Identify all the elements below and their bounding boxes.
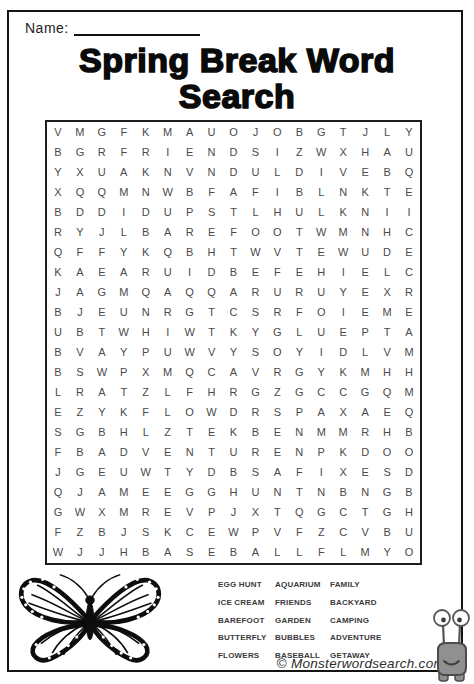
grid-cell-r3c1[interactable]: Y [47,162,69,182]
grid-cell-r13c14[interactable]: K [332,363,354,383]
grid-cell-r1c11[interactable]: O [266,122,288,142]
grid-cell-r10c13[interactable]: O [310,302,332,322]
grid-cell-r21c11[interactable]: V [266,523,288,543]
grid-cell-r11c13[interactable]: U [310,322,332,342]
grid-cell-r20c15[interactable]: T [354,503,376,523]
grid-cell-r17c9[interactable]: U [223,443,245,463]
grid-cell-r18c12[interactable]: F [288,463,310,483]
grid-cell-r8c5[interactable]: R [135,262,157,282]
grid-cell-r8c14[interactable]: I [332,262,354,282]
grid-cell-r16c8[interactable]: E [201,423,223,443]
grid-cell-r18c17[interactable]: D [398,463,420,483]
grid-cell-r14c5[interactable]: Z [135,383,157,403]
grid-cell-r10c2[interactable]: J [69,302,91,322]
grid-cell-r17c17[interactable]: O [398,443,420,463]
grid-cell-r15c5[interactable]: F [135,403,157,423]
grid-cell-r1c1[interactable]: V [47,122,69,142]
grid-cell-r18c16[interactable]: S [376,463,398,483]
grid-cell-r15c3[interactable]: Y [91,403,113,423]
grid-cell-r16c3[interactable]: B [91,423,113,443]
grid-cell-r15c15[interactable]: A [354,403,376,423]
grid-cell-r1c2[interactable]: M [69,122,91,142]
grid-cell-r10c11[interactable]: R [266,302,288,322]
grid-cell-r13c11[interactable]: R [266,363,288,383]
grid-cell-r16c6[interactable]: Z [157,423,179,443]
grid-cell-r12c15[interactable]: L [354,342,376,362]
grid-cell-r15c4[interactable]: K [113,403,135,423]
grid-cell-r12c2[interactable]: V [69,342,91,362]
grid-cell-r12c4[interactable]: Y [113,342,135,362]
grid-cell-r18c9[interactable]: B [223,463,245,483]
grid-cell-r7c8[interactable]: H [201,242,223,262]
grid-cell-r18c15[interactable]: E [354,463,376,483]
grid-cell-r3c7[interactable]: V [179,162,201,182]
grid-cell-r13c15[interactable]: M [354,363,376,383]
grid-cell-r9c8[interactable]: Q [201,282,223,302]
grid-cell-r21c14[interactable]: C [332,523,354,543]
grid-cell-r2c12[interactable]: Z [288,142,310,162]
grid-cell-r9c2[interactable]: A [69,282,91,302]
grid-cell-r14c6[interactable]: L [157,383,179,403]
grid-cell-r14c16[interactable]: Q [376,383,398,403]
grid-cell-r7c11[interactable]: V [266,242,288,262]
grid-cell-r16c7[interactable]: T [179,423,201,443]
grid-cell-r13c7[interactable]: Q [179,363,201,383]
grid-cell-r16c16[interactable]: H [376,423,398,443]
grid-cell-r21c17[interactable]: U [398,523,420,543]
grid-cell-r10c16[interactable]: M [376,302,398,322]
grid-cell-r19c12[interactable]: T [288,483,310,503]
grid-cell-r20c5[interactable]: R [135,503,157,523]
grid-cell-r13c8[interactable]: C [201,363,223,383]
grid-cell-r14c1[interactable]: L [47,383,69,403]
grid-cell-r3c11[interactable]: L [266,162,288,182]
grid-cell-r3c6[interactable]: N [157,162,179,182]
grid-cell-r11c11[interactable]: G [266,322,288,342]
grid-cell-r8c17[interactable]: C [398,262,420,282]
grid-cell-r16c12[interactable]: N [288,423,310,443]
grid-cell-r9c9[interactable]: A [223,282,245,302]
grid-cell-r13c1[interactable]: B [47,363,69,383]
grid-cell-r4c4[interactable]: M [113,182,135,202]
grid-cell-r1c14[interactable]: T [332,122,354,142]
grid-cell-r8c7[interactable]: I [179,262,201,282]
grid-cell-r8c8[interactable]: D [201,262,223,282]
grid-cell-r8c10[interactable]: E [244,262,266,282]
grid-cell-r21c8[interactable]: E [201,523,223,543]
grid-cell-r7c15[interactable]: U [354,242,376,262]
grid-cell-r4c8[interactable]: F [201,182,223,202]
grid-cell-r4c14[interactable]: N [332,182,354,202]
grid-cell-r2c3[interactable]: R [91,142,113,162]
grid-cell-r1c17[interactable]: Y [398,122,420,142]
grid-cell-r1c4[interactable]: F [113,122,135,142]
grid-cell-r4c3[interactable]: Q [91,182,113,202]
grid-cell-r10c10[interactable]: S [244,302,266,322]
grid-cell-r1c3[interactable]: G [91,122,113,142]
grid-cell-r14c11[interactable]: Z [266,383,288,403]
grid-cell-r19c13[interactable]: N [310,483,332,503]
grid-cell-r11c1[interactable]: U [47,322,69,342]
grid-cell-r13c2[interactable]: S [69,363,91,383]
grid-cell-r7c7[interactable]: B [179,242,201,262]
grid-cell-r18c14[interactable]: X [332,463,354,483]
grid-cell-r2c5[interactable]: R [135,142,157,162]
grid-cell-r7c12[interactable]: T [288,242,310,262]
grid-cell-r15c17[interactable]: Q [398,403,420,423]
grid-cell-r22c9[interactable]: B [223,543,245,563]
grid-cell-r20c11[interactable]: T [266,503,288,523]
grid-cell-r22c5[interactable]: B [135,543,157,563]
grid-cell-r11c12[interactable]: L [288,322,310,342]
grid-cell-r21c3[interactable]: B [91,523,113,543]
grid-cell-r14c2[interactable]: R [69,383,91,403]
grid-cell-r7c14[interactable]: W [332,242,354,262]
grid-cell-r21c9[interactable]: W [223,523,245,543]
grid-cell-r18c11[interactable]: A [266,463,288,483]
grid-cell-r20c7[interactable]: V [179,503,201,523]
grid-cell-r22c6[interactable]: A [157,543,179,563]
grid-cell-r5c4[interactable]: I [113,202,135,222]
grid-cell-r10c8[interactable]: T [201,302,223,322]
grid-cell-r17c3[interactable]: A [91,443,113,463]
grid-cell-r21c1[interactable]: F [47,523,69,543]
grid-cell-r12c8[interactable]: V [201,342,223,362]
grid-cell-r21c15[interactable]: V [354,523,376,543]
grid-cell-r7c2[interactable]: F [69,242,91,262]
grid-cell-r20c6[interactable]: E [157,503,179,523]
grid-cell-r8c9[interactable]: B [223,262,245,282]
grid-cell-r21c12[interactable]: F [288,523,310,543]
grid-cell-r10c5[interactable]: N [135,302,157,322]
grid-cell-r1c7[interactable]: A [179,122,201,142]
grid-cell-r2c15[interactable]: H [354,142,376,162]
grid-cell-r13c17[interactable]: H [398,363,420,383]
grid-cell-r20c3[interactable]: X [91,503,113,523]
grid-cell-r4c7[interactable]: B [179,182,201,202]
grid-cell-r20c12[interactable]: Q [288,503,310,523]
grid-cell-r20c10[interactable]: X [244,503,266,523]
grid-cell-r6c10[interactable]: O [244,222,266,242]
grid-cell-r21c4[interactable]: J [113,523,135,543]
grid-cell-r14c8[interactable]: H [201,383,223,403]
grid-cell-r18c13[interactable]: I [310,463,332,483]
grid-cell-r12c12[interactable]: Y [288,342,310,362]
grid-cell-r8c13[interactable]: H [310,262,332,282]
grid-cell-r9c17[interactable]: R [398,282,420,302]
grid-cell-r15c10[interactable]: R [244,403,266,423]
grid-cell-r2c2[interactable]: G [69,142,91,162]
grid-cell-r13c3[interactable]: W [91,363,113,383]
grid-cell-r2c13[interactable]: W [310,142,332,162]
grid-cell-r10c12[interactable]: F [288,302,310,322]
grid-cell-r16c15[interactable]: R [354,423,376,443]
grid-cell-r3c10[interactable]: U [244,162,266,182]
grid-cell-r14c17[interactable]: M [398,383,420,403]
grid-cell-r17c13[interactable]: P [310,443,332,463]
grid-cell-r2c14[interactable]: X [332,142,354,162]
grid-cell-r12c6[interactable]: U [157,342,179,362]
grid-cell-r8c15[interactable]: E [354,262,376,282]
grid-cell-r5c15[interactable]: N [354,202,376,222]
grid-cell-r5c8[interactable]: S [201,202,223,222]
grid-cell-r5c3[interactable]: D [91,202,113,222]
grid-cell-r15c12[interactable]: P [288,403,310,423]
grid-cell-r10c17[interactable]: E [398,302,420,322]
grid-cell-r15c7[interactable]: O [179,403,201,423]
grid-cell-r15c1[interactable]: E [47,403,69,423]
grid-cell-r7c10[interactable]: W [244,242,266,262]
grid-cell-r17c10[interactable]: R [244,443,266,463]
grid-cell-r9c5[interactable]: Q [135,282,157,302]
grid-cell-r7c5[interactable]: K [135,242,157,262]
grid-cell-r15c14[interactable]: X [332,403,354,423]
grid-cell-r6c16[interactable]: H [376,222,398,242]
grid-cell-r12c16[interactable]: V [376,342,398,362]
grid-cell-r5c2[interactable]: D [69,202,91,222]
grid-cell-r2c9[interactable]: D [223,142,245,162]
grid-cell-r5c12[interactable]: U [288,202,310,222]
grid-cell-r17c5[interactable]: V [135,443,157,463]
grid-cell-r8c16[interactable]: L [376,262,398,282]
grid-cell-r22c13[interactable]: F [310,543,332,563]
grid-cell-r11c3[interactable]: T [91,322,113,342]
grid-cell-r6c1[interactable]: R [47,222,69,242]
grid-cell-r5c7[interactable]: P [179,202,201,222]
grid-cell-r5c1[interactable]: B [47,202,69,222]
grid-cell-r11c17[interactable]: A [398,322,420,342]
grid-cell-r21c10[interactable]: P [244,523,266,543]
grid-cell-r3c17[interactable]: Q [398,162,420,182]
grid-cell-r18c7[interactable]: Y [179,463,201,483]
grid-cell-r17c7[interactable]: N [179,443,201,463]
grid-cell-r19c10[interactable]: U [244,483,266,503]
grid-cell-r9c4[interactable]: M [113,282,135,302]
grid-cell-r22c12[interactable]: L [288,543,310,563]
grid-cell-r5c16[interactable]: I [376,202,398,222]
grid-cell-r11c15[interactable]: P [354,322,376,342]
word-search-grid[interactable]: VMGFKMAUOJOBGTJLYBGRFRIENDSIZWXHAUYXUAKN… [45,120,422,565]
grid-cell-r11c4[interactable]: W [113,322,135,342]
grid-cell-r12c10[interactable]: S [244,342,266,362]
grid-cell-r22c11[interactable]: L [266,543,288,563]
grid-cell-r17c14[interactable]: K [332,443,354,463]
grid-cell-r5c10[interactable]: L [244,202,266,222]
grid-cell-r9c14[interactable]: Y [332,282,354,302]
grid-cell-r16c5[interactable]: L [135,423,157,443]
grid-cell-r1c12[interactable]: B [288,122,310,142]
grid-cell-r2c16[interactable]: A [376,142,398,162]
grid-cell-r1c10[interactable]: J [244,122,266,142]
grid-cell-r5c11[interactable]: H [266,202,288,222]
grid-cell-r14c15[interactable]: G [354,383,376,403]
grid-cell-r1c16[interactable]: L [376,122,398,142]
grid-cell-r8c1[interactable]: K [47,262,69,282]
grid-cell-r3c16[interactable]: B [376,162,398,182]
grid-cell-r3c2[interactable]: X [69,162,91,182]
grid-cell-r2c10[interactable]: S [244,142,266,162]
grid-cell-r4c17[interactable]: E [398,182,420,202]
grid-cell-r6c3[interactable]: J [91,222,113,242]
grid-cell-r5c6[interactable]: U [157,202,179,222]
grid-cell-r17c8[interactable]: T [201,443,223,463]
grid-cell-r21c13[interactable]: Z [310,523,332,543]
grid-cell-r12c7[interactable]: W [179,342,201,362]
grid-cell-r12c9[interactable]: Y [223,342,245,362]
grid-cell-r22c3[interactable]: J [91,543,113,563]
grid-cell-r22c17[interactable]: O [398,543,420,563]
grid-cell-r14c12[interactable]: G [288,383,310,403]
grid-cell-r6c11[interactable]: O [266,222,288,242]
grid-cell-r4c2[interactable]: Q [69,182,91,202]
grid-cell-r18c4[interactable]: U [113,463,135,483]
grid-cell-r7c17[interactable]: E [398,242,420,262]
grid-cell-r5c13[interactable]: L [310,202,332,222]
grid-cell-r6c5[interactable]: B [135,222,157,242]
grid-cell-r9c7[interactable]: Q [179,282,201,302]
grid-cell-r17c12[interactable]: N [288,443,310,463]
grid-cell-r7c13[interactable]: E [310,242,332,262]
grid-cell-r4c16[interactable]: T [376,182,398,202]
grid-cell-r17c15[interactable]: D [354,443,376,463]
grid-cell-r13c6[interactable]: M [157,363,179,383]
grid-cell-r1c15[interactable]: J [354,122,376,142]
grid-cell-r19c6[interactable]: E [157,483,179,503]
grid-cell-r18c10[interactable]: S [244,463,266,483]
grid-cell-r12c3[interactable]: A [91,342,113,362]
grid-cell-r8c4[interactable]: A [113,262,135,282]
grid-cell-r6c12[interactable]: T [288,222,310,242]
grid-cell-r5c5[interactable]: D [135,202,157,222]
grid-cell-r19c15[interactable]: N [354,483,376,503]
grid-cell-r8c6[interactable]: U [157,262,179,282]
grid-cell-r2c7[interactable]: E [179,142,201,162]
grid-cell-r8c11[interactable]: F [266,262,288,282]
grid-cell-r16c11[interactable]: E [266,423,288,443]
grid-cell-r15c6[interactable]: L [157,403,179,423]
grid-cell-r22c15[interactable]: M [354,543,376,563]
grid-cell-r2c6[interactable]: I [157,142,179,162]
grid-cell-r16c2[interactable]: G [69,423,91,443]
grid-cell-r15c9[interactable]: D [223,403,245,423]
grid-cell-r20c1[interactable]: G [47,503,69,523]
grid-cell-r6c14[interactable]: M [332,222,354,242]
grid-cell-r12c1[interactable]: B [47,342,69,362]
name-blank-line[interactable] [74,20,200,36]
grid-cell-r11c7[interactable]: W [179,322,201,342]
grid-cell-r22c10[interactable]: A [244,543,266,563]
grid-cell-r8c3[interactable]: E [91,262,113,282]
grid-cell-r19c7[interactable]: G [179,483,201,503]
grid-cell-r13c13[interactable]: Y [310,363,332,383]
grid-cell-r10c6[interactable]: R [157,302,179,322]
grid-cell-r13c12[interactable]: G [288,363,310,383]
grid-cell-r20c2[interactable]: W [69,503,91,523]
grid-cell-r10c7[interactable]: G [179,302,201,322]
grid-cell-r2c11[interactable]: I [266,142,288,162]
grid-cell-r3c14[interactable]: V [332,162,354,182]
grid-cell-r4c15[interactable]: K [354,182,376,202]
grid-cell-r22c7[interactable]: S [179,543,201,563]
grid-cell-r4c1[interactable]: X [47,182,69,202]
grid-cell-r19c14[interactable]: B [332,483,354,503]
grid-cell-r12c14[interactable]: D [332,342,354,362]
grid-cell-r14c10[interactable]: G [244,383,266,403]
grid-cell-r3c13[interactable]: I [310,162,332,182]
grid-cell-r16c17[interactable]: B [398,423,420,443]
grid-cell-r20c8[interactable]: P [201,503,223,523]
grid-cell-r22c8[interactable]: E [201,543,223,563]
grid-cell-r11c16[interactable]: T [376,322,398,342]
grid-cell-r19c16[interactable]: G [376,483,398,503]
grid-cell-r18c2[interactable]: G [69,463,91,483]
grid-cell-r12c5[interactable]: P [135,342,157,362]
grid-cell-r17c16[interactable]: O [376,443,398,463]
grid-cell-r11c5[interactable]: H [135,322,157,342]
grid-cell-r19c3[interactable]: A [91,483,113,503]
grid-cell-r14c14[interactable]: C [332,383,354,403]
grid-cell-r14c9[interactable]: R [223,383,245,403]
grid-cell-r20c9[interactable]: J [223,503,245,523]
grid-cell-r11c2[interactable]: B [69,322,91,342]
grid-cell-r9c15[interactable]: E [354,282,376,302]
grid-cell-r4c9[interactable]: A [223,182,245,202]
grid-cell-r6c2[interactable]: Y [69,222,91,242]
grid-cell-r19c9[interactable]: H [223,483,245,503]
grid-cell-r19c17[interactable]: B [398,483,420,503]
grid-cell-r3c12[interactable]: D [288,162,310,182]
grid-cell-r11c6[interactable]: I [157,322,179,342]
grid-cell-r11c8[interactable]: T [201,322,223,342]
grid-cell-r16c14[interactable]: M [332,423,354,443]
grid-cell-r9c6[interactable]: A [157,282,179,302]
grid-cell-r11c10[interactable]: Y [244,322,266,342]
grid-cell-r18c5[interactable]: W [135,463,157,483]
grid-cell-r16c1[interactable]: S [47,423,69,443]
grid-cell-r9c1[interactable]: J [47,282,69,302]
grid-cell-r9c13[interactable]: U [310,282,332,302]
grid-cell-r15c13[interactable]: A [310,403,332,423]
grid-cell-r21c16[interactable]: B [376,523,398,543]
grid-cell-r3c3[interactable]: U [91,162,113,182]
grid-cell-r6c7[interactable]: R [179,222,201,242]
grid-cell-r1c8[interactable]: U [201,122,223,142]
grid-cell-r21c5[interactable]: S [135,523,157,543]
grid-cell-r1c9[interactable]: O [223,122,245,142]
grid-cell-r17c4[interactable]: D [113,443,135,463]
grid-cell-r17c2[interactable]: B [69,443,91,463]
grid-cell-r21c6[interactable]: K [157,523,179,543]
grid-cell-r12c17[interactable]: M [398,342,420,362]
grid-cell-r13c9[interactable]: A [223,363,245,383]
grid-cell-r15c8[interactable]: W [201,403,223,423]
grid-cell-r19c5[interactable]: E [135,483,157,503]
grid-cell-r1c5[interactable]: K [135,122,157,142]
grid-cell-r10c4[interactable]: U [113,302,135,322]
grid-cell-r20c4[interactable]: M [113,503,135,523]
grid-cell-r5c14[interactable]: K [332,202,354,222]
grid-cell-r7c1[interactable]: Q [47,242,69,262]
grid-cell-r1c6[interactable]: M [157,122,179,142]
grid-cell-r16c9[interactable]: K [223,423,245,443]
grid-cell-r8c2[interactable]: A [69,262,91,282]
grid-cell-r12c13[interactable]: I [310,342,332,362]
grid-cell-r6c6[interactable]: A [157,222,179,242]
grid-cell-r14c4[interactable]: T [113,383,135,403]
grid-cell-r20c13[interactable]: G [310,503,332,523]
grid-cell-r9c10[interactable]: R [244,282,266,302]
grid-cell-r9c11[interactable]: U [266,282,288,302]
